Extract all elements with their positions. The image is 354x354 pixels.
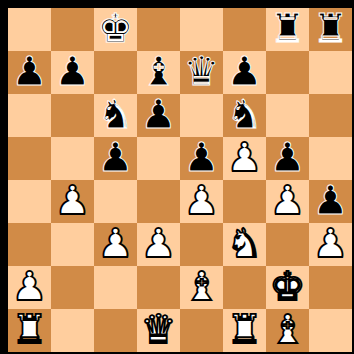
square-g1[interactable]: ♝ <box>266 309 309 352</box>
square-e5[interactable]: ♟ <box>180 137 223 180</box>
square-b3[interactable] <box>51 223 94 266</box>
square-d3[interactable]: ♟ <box>137 223 180 266</box>
square-a5[interactable] <box>8 137 51 180</box>
piece-black-king: ♚ <box>98 7 134 50</box>
piece-black-pawn: ♟ <box>98 136 134 179</box>
square-a8[interactable] <box>8 8 51 51</box>
square-b7[interactable]: ♟ <box>51 51 94 94</box>
square-b2[interactable] <box>51 266 94 309</box>
piece-black-rook: ♜ <box>313 7 349 50</box>
square-d7[interactable]: ♝ <box>137 51 180 94</box>
square-d6[interactable]: ♟ <box>137 94 180 137</box>
piece-white-pawn: ♟ <box>55 179 91 222</box>
square-a4[interactable] <box>8 180 51 223</box>
square-e8[interactable] <box>180 8 223 51</box>
square-g3[interactable] <box>266 223 309 266</box>
square-a7[interactable]: ♟ <box>8 51 51 94</box>
piece-black-rook: ♜ <box>270 7 306 50</box>
square-b1[interactable] <box>51 309 94 352</box>
piece-white-bishop: ♝ <box>270 308 306 351</box>
square-h2[interactable] <box>309 266 352 309</box>
square-h4[interactable]: ♟ <box>309 180 352 223</box>
square-f4[interactable] <box>223 180 266 223</box>
square-g8[interactable]: ♜ <box>266 8 309 51</box>
piece-black-pawn: ♟ <box>313 179 349 222</box>
square-d5[interactable] <box>137 137 180 180</box>
square-c7[interactable] <box>94 51 137 94</box>
square-e7[interactable]: ♛ <box>180 51 223 94</box>
square-e3[interactable] <box>180 223 223 266</box>
piece-white-bishop: ♝ <box>184 265 220 308</box>
piece-black-knight: ♞ <box>227 93 263 136</box>
square-g2[interactable]: ♚ <box>266 266 309 309</box>
square-a3[interactable] <box>8 223 51 266</box>
square-h3[interactable]: ♟ <box>309 223 352 266</box>
square-e4[interactable]: ♟ <box>180 180 223 223</box>
piece-black-pawn: ♟ <box>12 50 48 93</box>
piece-white-pawn: ♟ <box>98 222 134 265</box>
piece-black-pawn: ♟ <box>141 93 177 136</box>
square-g6[interactable] <box>266 94 309 137</box>
square-c2[interactable] <box>94 266 137 309</box>
square-b5[interactable] <box>51 137 94 180</box>
piece-white-pawn: ♟ <box>270 179 306 222</box>
square-c3[interactable]: ♟ <box>94 223 137 266</box>
piece-white-pawn: ♟ <box>313 222 349 265</box>
square-h8[interactable]: ♜ <box>309 8 352 51</box>
piece-black-pawn: ♟ <box>227 50 263 93</box>
piece-black-knight: ♞ <box>98 93 134 136</box>
square-c5[interactable]: ♟ <box>94 137 137 180</box>
square-c8[interactable]: ♚ <box>94 8 137 51</box>
square-g4[interactable]: ♟ <box>266 180 309 223</box>
piece-white-knight: ♞ <box>227 222 263 265</box>
chessboard: ♚♜♜♟♟♝♛♟♞♟♞♟♟♟♟♟♟♟♟♟♟♞♟♟♝♚♜♛♜♝ <box>8 8 352 352</box>
square-f2[interactable] <box>223 266 266 309</box>
piece-white-king: ♚ <box>270 265 306 308</box>
square-d8[interactable] <box>137 8 180 51</box>
square-c1[interactable] <box>94 309 137 352</box>
square-b4[interactable]: ♟ <box>51 180 94 223</box>
square-h5[interactable] <box>309 137 352 180</box>
square-f8[interactable] <box>223 8 266 51</box>
square-e1[interactable] <box>180 309 223 352</box>
square-g7[interactable] <box>266 51 309 94</box>
square-c4[interactable] <box>94 180 137 223</box>
square-f3[interactable]: ♞ <box>223 223 266 266</box>
square-b8[interactable] <box>51 8 94 51</box>
piece-white-pawn: ♟ <box>12 265 48 308</box>
square-h6[interactable] <box>309 94 352 137</box>
square-a2[interactable]: ♟ <box>8 266 51 309</box>
square-e6[interactable] <box>180 94 223 137</box>
square-h1[interactable] <box>309 309 352 352</box>
piece-white-pawn: ♟ <box>227 136 263 179</box>
piece-white-rook: ♜ <box>12 308 48 351</box>
square-c6[interactable]: ♞ <box>94 94 137 137</box>
piece-black-queen: ♛ <box>184 50 220 93</box>
square-g5[interactable]: ♟ <box>266 137 309 180</box>
square-f6[interactable]: ♞ <box>223 94 266 137</box>
piece-black-pawn: ♟ <box>55 50 91 93</box>
piece-white-rook: ♜ <box>227 308 263 351</box>
square-f5[interactable]: ♟ <box>223 137 266 180</box>
piece-black-pawn: ♟ <box>184 136 220 179</box>
square-h7[interactable] <box>309 51 352 94</box>
square-d2[interactable] <box>137 266 180 309</box>
square-b6[interactable] <box>51 94 94 137</box>
piece-white-pawn: ♟ <box>141 222 177 265</box>
square-d4[interactable] <box>137 180 180 223</box>
square-e2[interactable]: ♝ <box>180 266 223 309</box>
piece-black-bishop: ♝ <box>141 50 177 93</box>
square-a1[interactable]: ♜ <box>8 309 51 352</box>
piece-white-pawn: ♟ <box>184 179 220 222</box>
square-a6[interactable] <box>8 94 51 137</box>
square-f1[interactable]: ♜ <box>223 309 266 352</box>
square-d1[interactable]: ♛ <box>137 309 180 352</box>
piece-white-queen: ♛ <box>141 308 177 351</box>
square-f7[interactable]: ♟ <box>223 51 266 94</box>
piece-black-pawn: ♟ <box>270 136 306 179</box>
chessboard-frame: ♚♜♜♟♟♝♛♟♞♟♞♟♟♟♟♟♟♟♟♟♟♞♟♟♝♚♜♛♜♝ <box>0 0 354 354</box>
